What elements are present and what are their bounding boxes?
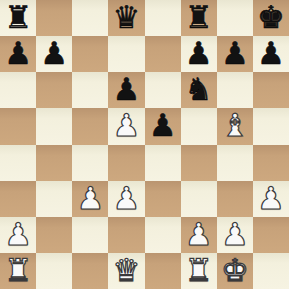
square-d7[interactable] bbox=[108, 36, 144, 72]
square-d6[interactable]: ♟ bbox=[108, 72, 144, 108]
white-rook-piece[interactable]: ♜ bbox=[185, 253, 213, 288]
black-knight-piece[interactable]: ♞ bbox=[185, 72, 213, 107]
square-e1[interactable] bbox=[145, 253, 181, 289]
square-g1[interactable]: ♚ bbox=[217, 253, 253, 289]
square-g4[interactable] bbox=[217, 145, 253, 181]
white-pawn-piece[interactable]: ♟ bbox=[221, 217, 249, 252]
white-pawn-piece[interactable]: ♟ bbox=[185, 217, 213, 252]
square-h2[interactable] bbox=[253, 217, 289, 253]
square-g3[interactable] bbox=[217, 181, 253, 217]
white-pawn-piece[interactable]: ♟ bbox=[257, 181, 285, 216]
square-d3[interactable]: ♟ bbox=[108, 181, 144, 217]
square-b4[interactable] bbox=[36, 145, 72, 181]
white-pawn-piece[interactable]: ♟ bbox=[4, 217, 32, 252]
square-c6[interactable] bbox=[72, 72, 108, 108]
square-f7[interactable]: ♟ bbox=[181, 36, 217, 72]
square-a1[interactable]: ♜ bbox=[0, 253, 36, 289]
square-c1[interactable] bbox=[72, 253, 108, 289]
square-d8[interactable]: ♛ bbox=[108, 0, 144, 36]
square-g8[interactable] bbox=[217, 0, 253, 36]
white-bishop-piece[interactable]: ♝ bbox=[221, 108, 249, 143]
white-pawn-piece[interactable]: ♟ bbox=[113, 181, 141, 216]
square-d4[interactable] bbox=[108, 145, 144, 181]
square-g7[interactable]: ♟ bbox=[217, 36, 253, 72]
square-b3[interactable] bbox=[36, 181, 72, 217]
chess-board: ♜♛♜♚♟♟♟♟♟♟♞♟♟♝♟♟♟♟♟♟♜♛♜♚ bbox=[0, 0, 289, 289]
square-a8[interactable]: ♜ bbox=[0, 0, 36, 36]
white-rook-piece[interactable]: ♜ bbox=[4, 253, 32, 288]
square-f1[interactable]: ♜ bbox=[181, 253, 217, 289]
square-h6[interactable] bbox=[253, 72, 289, 108]
square-b8[interactable] bbox=[36, 0, 72, 36]
square-g2[interactable]: ♟ bbox=[217, 217, 253, 253]
white-pawn-piece[interactable]: ♟ bbox=[76, 181, 104, 216]
square-d2[interactable] bbox=[108, 217, 144, 253]
square-f3[interactable] bbox=[181, 181, 217, 217]
square-h1[interactable] bbox=[253, 253, 289, 289]
square-c5[interactable] bbox=[72, 108, 108, 144]
white-pawn-piece[interactable]: ♟ bbox=[113, 108, 141, 143]
square-e7[interactable] bbox=[145, 36, 181, 72]
square-a2[interactable]: ♟ bbox=[0, 217, 36, 253]
square-d1[interactable]: ♛ bbox=[108, 253, 144, 289]
square-h3[interactable]: ♟ bbox=[253, 181, 289, 217]
square-f4[interactable] bbox=[181, 145, 217, 181]
black-pawn-piece[interactable]: ♟ bbox=[149, 108, 177, 143]
square-c7[interactable] bbox=[72, 36, 108, 72]
square-d5[interactable]: ♟ bbox=[108, 108, 144, 144]
white-king-piece[interactable]: ♚ bbox=[221, 253, 249, 288]
black-pawn-piece[interactable]: ♟ bbox=[40, 36, 68, 71]
square-b5[interactable] bbox=[36, 108, 72, 144]
square-b1[interactable] bbox=[36, 253, 72, 289]
square-e6[interactable] bbox=[145, 72, 181, 108]
square-f6[interactable]: ♞ bbox=[181, 72, 217, 108]
square-a6[interactable] bbox=[0, 72, 36, 108]
square-b2[interactable] bbox=[36, 217, 72, 253]
square-b6[interactable] bbox=[36, 72, 72, 108]
black-pawn-piece[interactable]: ♟ bbox=[4, 36, 32, 71]
square-c2[interactable] bbox=[72, 217, 108, 253]
square-e2[interactable] bbox=[145, 217, 181, 253]
square-a4[interactable] bbox=[0, 145, 36, 181]
black-pawn-piece[interactable]: ♟ bbox=[185, 36, 213, 71]
black-pawn-piece[interactable]: ♟ bbox=[257, 36, 285, 71]
square-c8[interactable] bbox=[72, 0, 108, 36]
square-h8[interactable]: ♚ bbox=[253, 0, 289, 36]
square-h4[interactable] bbox=[253, 145, 289, 181]
square-h7[interactable]: ♟ bbox=[253, 36, 289, 72]
square-f5[interactable] bbox=[181, 108, 217, 144]
black-rook-piece[interactable]: ♜ bbox=[185, 0, 213, 35]
black-pawn-piece[interactable]: ♟ bbox=[113, 72, 141, 107]
square-c4[interactable] bbox=[72, 145, 108, 181]
square-h5[interactable] bbox=[253, 108, 289, 144]
black-rook-piece[interactable]: ♜ bbox=[4, 0, 32, 35]
square-e3[interactable] bbox=[145, 181, 181, 217]
square-g6[interactable] bbox=[217, 72, 253, 108]
square-f8[interactable]: ♜ bbox=[181, 0, 217, 36]
square-e4[interactable] bbox=[145, 145, 181, 181]
black-queen-piece[interactable]: ♛ bbox=[113, 0, 141, 35]
square-f2[interactable]: ♟ bbox=[181, 217, 217, 253]
black-pawn-piece[interactable]: ♟ bbox=[221, 36, 249, 71]
square-e5[interactable]: ♟ bbox=[145, 108, 181, 144]
square-e8[interactable] bbox=[145, 0, 181, 36]
square-a3[interactable] bbox=[0, 181, 36, 217]
square-c3[interactable]: ♟ bbox=[72, 181, 108, 217]
square-a5[interactable] bbox=[0, 108, 36, 144]
square-b7[interactable]: ♟ bbox=[36, 36, 72, 72]
black-king-piece[interactable]: ♚ bbox=[257, 0, 285, 35]
square-g5[interactable]: ♝ bbox=[217, 108, 253, 144]
white-queen-piece[interactable]: ♛ bbox=[113, 253, 141, 288]
chess-board-container: ♜♛♜♚♟♟♟♟♟♟♞♟♟♝♟♟♟♟♟♟♜♛♜♚ bbox=[0, 0, 289, 289]
square-a7[interactable]: ♟ bbox=[0, 36, 36, 72]
